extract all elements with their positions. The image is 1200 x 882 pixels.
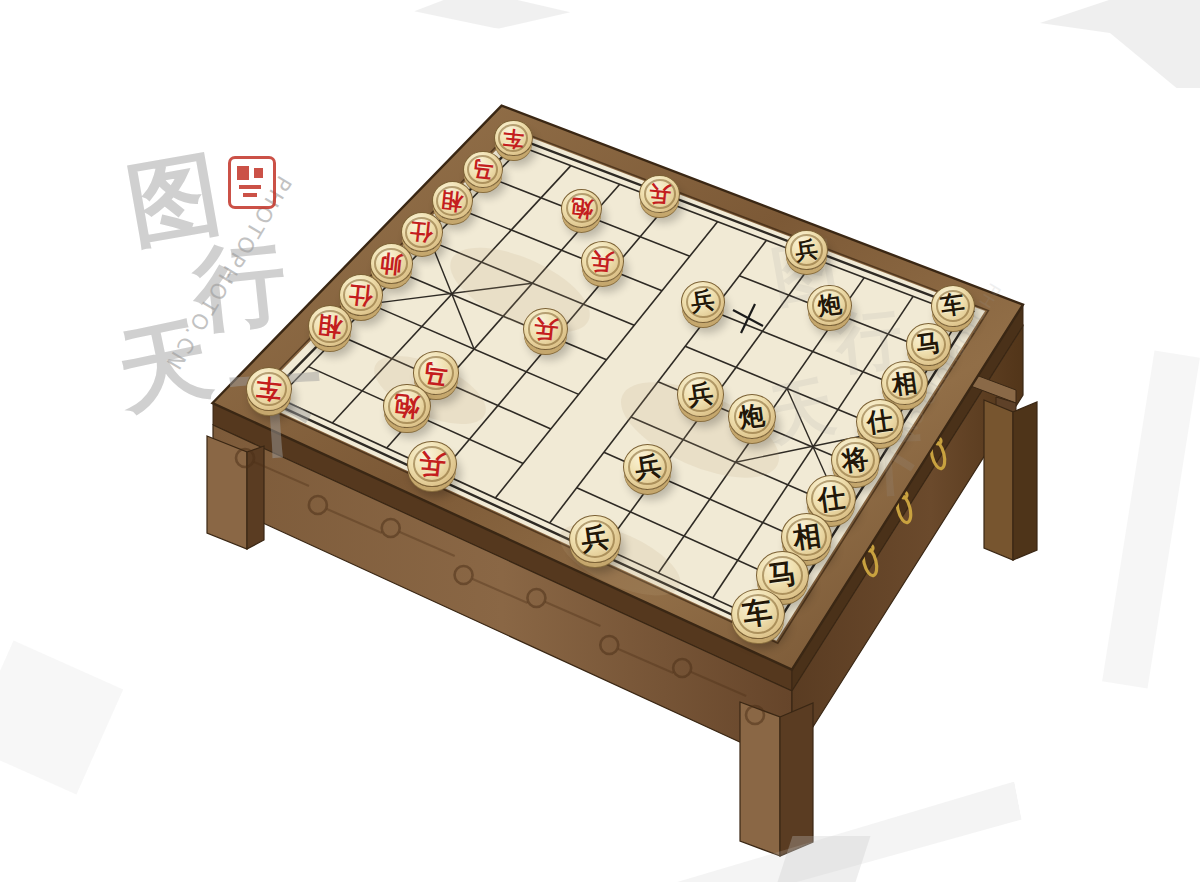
piece-black-chariot[interactable]: 车 bbox=[731, 589, 785, 640]
piece-character: 仕 bbox=[816, 483, 847, 514]
piece-character: 炮 bbox=[570, 196, 594, 220]
piece-character: 炮 bbox=[393, 392, 421, 420]
table-leg-left-side bbox=[247, 446, 264, 549]
table-leg-front-side bbox=[780, 703, 813, 856]
piece-character: 相 bbox=[791, 521, 822, 552]
piece-red-general[interactable]: 帅 bbox=[370, 243, 413, 284]
piece-character: 马 bbox=[915, 331, 943, 359]
piece-character: 兵 bbox=[579, 523, 610, 554]
piece-black-cannon[interactable]: 炮 bbox=[807, 285, 851, 327]
piece-black-soldier[interactable]: 兵 bbox=[785, 230, 828, 270]
piece-red-chariot[interactable]: 车 bbox=[494, 120, 533, 157]
piece-red-cannon[interactable]: 炮 bbox=[383, 384, 431, 429]
piece-character: 兵 bbox=[533, 316, 559, 342]
piece-red-soldier[interactable]: 兵 bbox=[639, 175, 680, 213]
piece-red-cannon[interactable]: 炮 bbox=[561, 189, 602, 228]
piece-character: 兵 bbox=[417, 449, 446, 478]
piece-red-advisor[interactable]: 仕 bbox=[339, 274, 383, 315]
piece-character: 车 bbox=[940, 293, 967, 320]
piece-character: 相 bbox=[440, 189, 464, 213]
piece-black-elephant[interactable]: 相 bbox=[881, 361, 928, 405]
piece-character: 马 bbox=[766, 559, 798, 591]
piece-black-chariot[interactable]: 车 bbox=[931, 285, 975, 327]
piece-red-horse[interactable]: 马 bbox=[463, 151, 503, 189]
piece-black-soldier[interactable]: 兵 bbox=[677, 372, 724, 416]
piece-character: 兵 bbox=[686, 380, 715, 409]
piece-character: 相 bbox=[890, 369, 918, 397]
piece-character: 车 bbox=[742, 598, 775, 631]
piece-character: 兵 bbox=[633, 452, 663, 482]
piece-character: 马 bbox=[422, 359, 449, 386]
table-and-board bbox=[0, 0, 1200, 882]
piece-red-elephant[interactable]: 相 bbox=[432, 181, 473, 220]
piece-black-soldier[interactable]: 兵 bbox=[623, 444, 672, 491]
table-leg-right-side bbox=[1013, 402, 1037, 560]
piece-character: 车 bbox=[255, 375, 283, 403]
piece-red-soldier[interactable]: 兵 bbox=[407, 441, 456, 488]
piece-character: 车 bbox=[502, 127, 525, 150]
piece-character: 仕 bbox=[865, 407, 894, 436]
piece-red-advisor[interactable]: 仕 bbox=[401, 212, 443, 252]
piece-character: 炮 bbox=[738, 402, 767, 431]
piece-character: 兵 bbox=[590, 249, 615, 274]
piece-character: 兵 bbox=[648, 182, 672, 206]
piece-character: 仕 bbox=[348, 282, 374, 308]
piece-black-cannon[interactable]: 炮 bbox=[728, 394, 776, 439]
table-leg-front bbox=[740, 702, 780, 856]
table-leg-left bbox=[207, 436, 247, 549]
piece-character: 兵 bbox=[690, 289, 717, 316]
piece-red-chariot[interactable]: 车 bbox=[246, 367, 293, 411]
piece-character: 仕 bbox=[409, 220, 434, 245]
piece-character: 炮 bbox=[816, 292, 843, 319]
piece-character: 马 bbox=[471, 158, 494, 181]
piece-character: 帅 bbox=[378, 251, 403, 276]
stage: 车马兵相炮仕兵兵帅仕兵炮车相兵马马相车兵炮炮仕将兵兵仕相兵马车 图 行 天 下 … bbox=[0, 0, 1200, 882]
table-leg-right bbox=[984, 400, 1013, 560]
piece-red-soldier[interactable]: 兵 bbox=[581, 241, 624, 281]
piece-character: 兵 bbox=[794, 237, 820, 263]
piece-character: 将 bbox=[841, 445, 871, 475]
piece-black-horse[interactable]: 马 bbox=[906, 323, 952, 366]
piece-black-soldier[interactable]: 兵 bbox=[681, 281, 725, 323]
piece-character: 相 bbox=[317, 313, 343, 339]
piece-black-soldier[interactable]: 兵 bbox=[569, 515, 621, 564]
